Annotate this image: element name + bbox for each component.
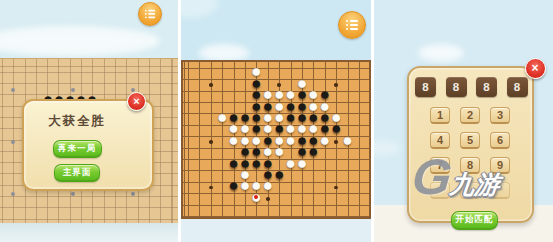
right-screenshot-panel: 8888123456789 × 开始匹配 G 九游: [374, 0, 553, 242]
star-point: [209, 186, 213, 190]
black-stone: ●: [273, 168, 286, 181]
white-stone: ●: [296, 157, 309, 170]
star-point: [131, 192, 135, 196]
close-icon: ×: [531, 61, 538, 75]
main-menu-button[interactable]: 主界面: [54, 164, 100, 182]
keypad-button-5[interactable]: 5: [460, 132, 480, 149]
victory-dialog: 大获全胜 再来一局 主界面: [22, 99, 154, 191]
keypad-button-obscured[interactable]: [490, 182, 510, 199]
keypad-button-3[interactable]: 3: [490, 107, 510, 124]
match-code-panel: 8888123456789: [407, 66, 534, 223]
cloud: [0, 26, 160, 56]
star-point: [334, 140, 338, 144]
white-stone: ●: [318, 134, 331, 147]
cloud: [418, 44, 464, 62]
middle-screenshot-panel: ●●●●●●●●●●●●●●●●●●●●●●●●●●●●●●●●●●●●●●●●…: [181, 0, 371, 242]
keypad-button-7[interactable]: 7: [430, 157, 450, 174]
play-again-button[interactable]: 再来一局: [53, 140, 102, 158]
code-digit-key: 8: [507, 77, 528, 97]
star-point: [334, 83, 338, 87]
victory-title: 大获全胜: [24, 113, 130, 130]
star-point: [334, 186, 338, 190]
panel-close-button[interactable]: ×: [525, 58, 546, 79]
keypad-button-obscured[interactable]: [460, 182, 480, 199]
dialog-close-button[interactable]: ×: [127, 92, 146, 111]
star-point: [11, 140, 15, 144]
left-screenshot-panel: ●●●●● 大获全胜 再来一局 主界面 ×: [0, 0, 178, 242]
star-point: [11, 192, 15, 196]
keypad-button-2[interactable]: 2: [460, 107, 480, 124]
keypad-button-4[interactable]: 4: [430, 132, 450, 149]
list-menu-icon: [346, 18, 358, 32]
code-digit-key: 8: [415, 77, 436, 97]
star-point: [209, 83, 213, 87]
menu-button[interactable]: [338, 11, 366, 39]
star-point: [266, 197, 270, 201]
bottom-strip: [181, 219, 371, 242]
keypad-button-8[interactable]: 8: [460, 157, 480, 174]
cloud: [181, 0, 218, 18]
list-menu-icon: [145, 8, 155, 20]
menu-button[interactable]: [138, 2, 162, 26]
star-point: [71, 192, 75, 196]
white-stone-last-move: ●: [250, 191, 263, 204]
cloud: [374, 140, 400, 156]
keypad-button-1[interactable]: 1: [430, 107, 450, 124]
last-move-marker: [254, 195, 258, 199]
white-stone: ●: [341, 134, 354, 147]
keypad-button-9[interactable]: 9: [490, 157, 510, 174]
bottom-strip: [0, 223, 178, 242]
black-stone: ●: [307, 145, 320, 158]
start-match-button[interactable]: 开始匹配: [451, 211, 498, 230]
code-digit-key: 8: [446, 77, 467, 97]
star-point: [11, 88, 15, 92]
gomoku-board[interactable]: ●●●●●●●●●●●●●●●●●●●●●●●●●●●●●●●●●●●●●●●●…: [181, 60, 371, 219]
keypad-button-obscured[interactable]: [430, 182, 450, 199]
white-stone: ●: [261, 179, 274, 192]
code-digit-key: 8: [476, 77, 497, 97]
star-point: [209, 140, 213, 144]
keypad-button-6[interactable]: 6: [490, 132, 510, 149]
close-icon: ×: [133, 95, 139, 107]
